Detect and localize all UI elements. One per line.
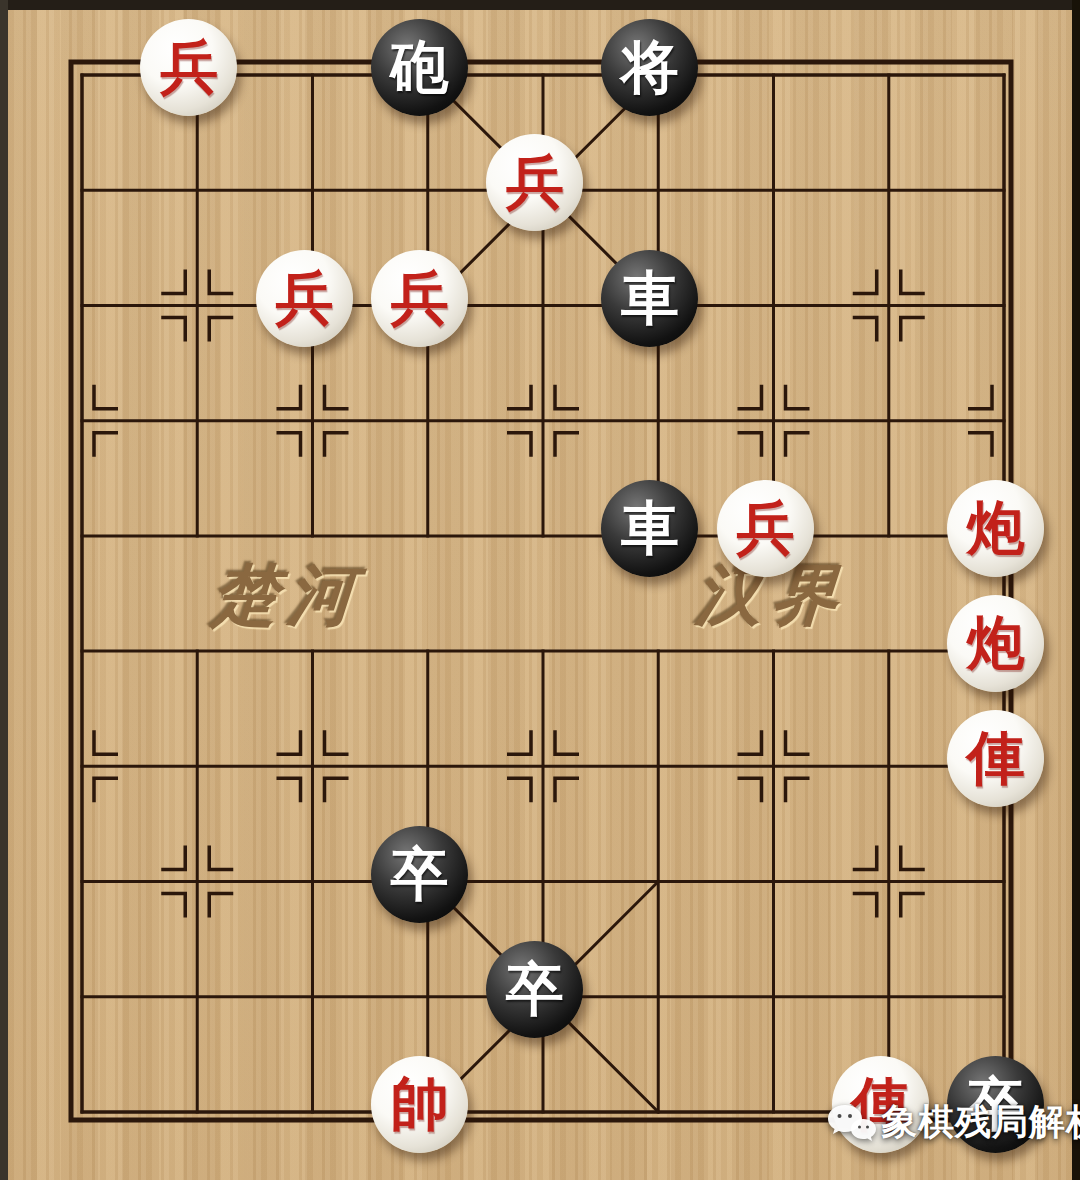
piece-char-black-general: 将: [621, 19, 679, 116]
piece-char-black-chariot: 車: [621, 480, 679, 577]
piece-char-black-chariot: 車: [621, 250, 679, 347]
piece-char-red-soldier: 兵: [390, 250, 448, 347]
piece-red-cannon[interactable]: 炮: [947, 480, 1044, 577]
piece-black-soldier[interactable]: 卒: [371, 826, 468, 923]
piece-black-soldier[interactable]: 卒: [486, 941, 583, 1038]
piece-black-cannon[interactable]: 砲: [371, 19, 468, 116]
piece-char-black-cannon: 砲: [390, 19, 448, 116]
watermark: 象棋残局解析: [826, 1098, 1080, 1147]
piece-char-red-soldier: 兵: [275, 250, 333, 347]
piece-red-cannon[interactable]: 炮: [947, 595, 1044, 692]
photo-edge-top: [0, 0, 1080, 10]
piece-red-soldier[interactable]: 兵: [717, 480, 814, 577]
piece-black-chariot[interactable]: 車: [601, 250, 698, 347]
pieces-grid: 兵砲将兵兵兵車車兵炮炮俥卒卒帥俥卒: [24, 17, 1061, 1169]
piece-char-black-soldier: 卒: [390, 826, 448, 923]
piece-black-general[interactable]: 将: [601, 19, 698, 116]
wechat-bubbles-icon: [826, 1102, 876, 1144]
piece-char-red-soldier: 兵: [736, 480, 794, 577]
xiangqi-board-photo: 楚河 汉界 兵砲将兵兵兵車車兵炮炮俥卒卒帥俥卒 象棋残局解析: [0, 0, 1080, 1180]
piece-char-red-general: 帥: [390, 1056, 448, 1153]
watermark-text: 象棋残局解析: [881, 1098, 1080, 1147]
piece-char-red-cannon: 炮: [967, 480, 1025, 577]
piece-red-soldier[interactable]: 兵: [256, 250, 353, 347]
piece-char-red-soldier: 兵: [160, 19, 218, 116]
piece-black-chariot[interactable]: 車: [601, 480, 698, 577]
piece-red-general[interactable]: 帥: [371, 1056, 468, 1153]
piece-red-chariot[interactable]: 俥: [947, 710, 1044, 807]
piece-red-soldier[interactable]: 兵: [486, 134, 583, 231]
piece-char-black-soldier: 卒: [506, 941, 564, 1038]
photo-edge-left: [0, 0, 8, 1180]
piece-red-soldier[interactable]: 兵: [371, 250, 468, 347]
piece-char-red-cannon: 炮: [967, 595, 1025, 692]
piece-char-red-soldier: 兵: [506, 134, 564, 231]
piece-red-soldier[interactable]: 兵: [140, 19, 237, 116]
photo-edge-right: [1072, 0, 1080, 1180]
piece-char-red-chariot: 俥: [967, 710, 1025, 807]
